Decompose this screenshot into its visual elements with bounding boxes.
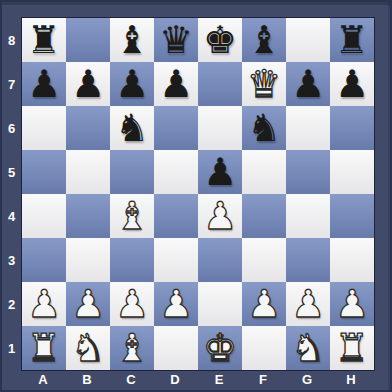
file-label-f: F — [241, 370, 285, 388]
square-e2[interactable] — [198, 282, 242, 326]
square-e6[interactable] — [198, 106, 242, 150]
square-f5[interactable] — [242, 150, 286, 194]
square-f2[interactable]: ♟ — [242, 282, 286, 326]
square-g2[interactable]: ♟ — [286, 282, 330, 326]
square-c6[interactable]: ♞ — [110, 106, 154, 150]
rank-label-3: 3 — [2, 238, 21, 282]
rank-label-7: 7 — [2, 62, 21, 106]
square-a6[interactable] — [22, 106, 66, 150]
square-a5[interactable] — [22, 150, 66, 194]
black-pawn[interactable]: ♟ — [330, 62, 374, 106]
square-f4[interactable] — [242, 194, 286, 238]
black-pawn[interactable]: ♟ — [110, 62, 154, 106]
file-labels: ABCDEFGH — [21, 370, 375, 388]
square-g4[interactable] — [286, 194, 330, 238]
black-pawn[interactable]: ♟ — [22, 62, 66, 106]
square-a3[interactable] — [22, 238, 66, 282]
square-e7[interactable] — [198, 62, 242, 106]
square-b8[interactable] — [66, 18, 110, 62]
square-b7[interactable]: ♟ — [66, 62, 110, 106]
square-d3[interactable] — [154, 238, 198, 282]
square-c7[interactable]: ♟ — [110, 62, 154, 106]
square-c3[interactable] — [110, 238, 154, 282]
file-label-h: H — [329, 370, 373, 388]
square-a2[interactable]: ♟ — [22, 282, 66, 326]
square-g5[interactable] — [286, 150, 330, 194]
black-rook[interactable]: ♜ — [330, 18, 374, 62]
square-f1[interactable] — [242, 326, 286, 370]
square-b6[interactable] — [66, 106, 110, 150]
square-b3[interactable] — [66, 238, 110, 282]
file-label-b: B — [65, 370, 109, 388]
black-pawn[interactable]: ♟ — [286, 62, 330, 106]
rank-label-4: 4 — [2, 194, 21, 238]
square-a4[interactable] — [22, 194, 66, 238]
square-h5[interactable] — [330, 150, 374, 194]
white-pawn[interactable]: ♟ — [66, 282, 110, 326]
square-e8[interactable]: ♚ — [198, 18, 242, 62]
square-d7[interactable]: ♟ — [154, 62, 198, 106]
square-h7[interactable]: ♟ — [330, 62, 374, 106]
square-d1[interactable] — [154, 326, 198, 370]
square-c1[interactable]: ♝ — [110, 326, 154, 370]
square-f7[interactable]: ♛ — [242, 62, 286, 106]
file-label-c: C — [109, 370, 153, 388]
black-king[interactable]: ♚ — [198, 18, 242, 62]
board-frame: 87654321 ♜♝♛♚♝♜♟♟♟♟♛♟♟♞♞♟♝♟♟♟♟♟♟♟♟♜♞♝♚♞♜… — [0, 0, 392, 392]
black-bishop[interactable]: ♝ — [242, 18, 286, 62]
white-rook[interactable]: ♜ — [330, 326, 374, 370]
black-knight[interactable]: ♞ — [242, 106, 286, 150]
square-a8[interactable]: ♜ — [22, 18, 66, 62]
square-d6[interactable] — [154, 106, 198, 150]
square-a7[interactable]: ♟ — [22, 62, 66, 106]
file-label-g: G — [285, 370, 329, 388]
rank-label-2: 2 — [2, 282, 21, 326]
square-c2[interactable]: ♟ — [110, 282, 154, 326]
square-d8[interactable]: ♛ — [154, 18, 198, 62]
square-f3[interactable] — [242, 238, 286, 282]
white-pawn[interactable]: ♟ — [154, 282, 198, 326]
rank-label-8: 8 — [2, 18, 21, 62]
square-e3[interactable] — [198, 238, 242, 282]
square-e4[interactable]: ♟ — [198, 194, 242, 238]
white-pawn[interactable]: ♟ — [242, 282, 286, 326]
square-h1[interactable]: ♜ — [330, 326, 374, 370]
chess-board[interactable]: ♜♝♛♚♝♜♟♟♟♟♛♟♟♞♞♟♝♟♟♟♟♟♟♟♟♜♞♝♚♞♜ — [21, 17, 375, 371]
black-knight[interactable]: ♞ — [110, 106, 154, 150]
black-pawn[interactable]: ♟ — [198, 150, 242, 194]
square-b5[interactable] — [66, 150, 110, 194]
square-d2[interactable]: ♟ — [154, 282, 198, 326]
file-label-d: D — [153, 370, 197, 388]
white-knight[interactable]: ♞ — [66, 326, 110, 370]
square-b2[interactable]: ♟ — [66, 282, 110, 326]
square-c4[interactable]: ♝ — [110, 194, 154, 238]
square-b4[interactable] — [66, 194, 110, 238]
white-bishop[interactable]: ♝ — [110, 326, 154, 370]
white-knight[interactable]: ♞ — [286, 326, 330, 370]
square-g3[interactable] — [286, 238, 330, 282]
white-pawn[interactable]: ♟ — [286, 282, 330, 326]
square-a1[interactable]: ♜ — [22, 326, 66, 370]
square-g8[interactable] — [286, 18, 330, 62]
square-h8[interactable]: ♜ — [330, 18, 374, 62]
square-h4[interactable] — [330, 194, 374, 238]
rank-label-1: 1 — [2, 326, 21, 370]
square-g1[interactable]: ♞ — [286, 326, 330, 370]
square-c5[interactable] — [110, 150, 154, 194]
white-pawn[interactable]: ♟ — [198, 194, 242, 238]
black-pawn[interactable]: ♟ — [66, 62, 110, 106]
white-queen[interactable]: ♛ — [242, 62, 286, 106]
white-rook[interactable]: ♜ — [22, 326, 66, 370]
white-pawn[interactable]: ♟ — [22, 282, 66, 326]
file-label-e: E — [197, 370, 241, 388]
square-g6[interactable] — [286, 106, 330, 150]
rank-label-5: 5 — [2, 150, 21, 194]
rank-label-6: 6 — [2, 106, 21, 150]
white-bishop[interactable]: ♝ — [110, 194, 154, 238]
rank-labels: 87654321 — [2, 18, 21, 370]
white-pawn[interactable]: ♟ — [110, 282, 154, 326]
square-f8[interactable]: ♝ — [242, 18, 286, 62]
square-g7[interactable]: ♟ — [286, 62, 330, 106]
black-pawn[interactable]: ♟ — [154, 62, 198, 106]
square-h6[interactable] — [330, 106, 374, 150]
file-label-a: A — [21, 370, 65, 388]
square-f6[interactable]: ♞ — [242, 106, 286, 150]
black-bishop[interactable]: ♝ — [110, 18, 154, 62]
black-rook[interactable]: ♜ — [22, 18, 66, 62]
square-h3[interactable] — [330, 238, 374, 282]
white-pawn[interactable]: ♟ — [330, 282, 374, 326]
white-king[interactable]: ♚ — [198, 326, 242, 370]
black-queen[interactable]: ♛ — [154, 18, 198, 62]
square-e1[interactable]: ♚ — [198, 326, 242, 370]
square-d4[interactable] — [154, 194, 198, 238]
square-d5[interactable] — [154, 150, 198, 194]
square-h2[interactable]: ♟ — [330, 282, 374, 326]
square-e5[interactable]: ♟ — [198, 150, 242, 194]
square-b1[interactable]: ♞ — [66, 326, 110, 370]
square-c8[interactable]: ♝ — [110, 18, 154, 62]
